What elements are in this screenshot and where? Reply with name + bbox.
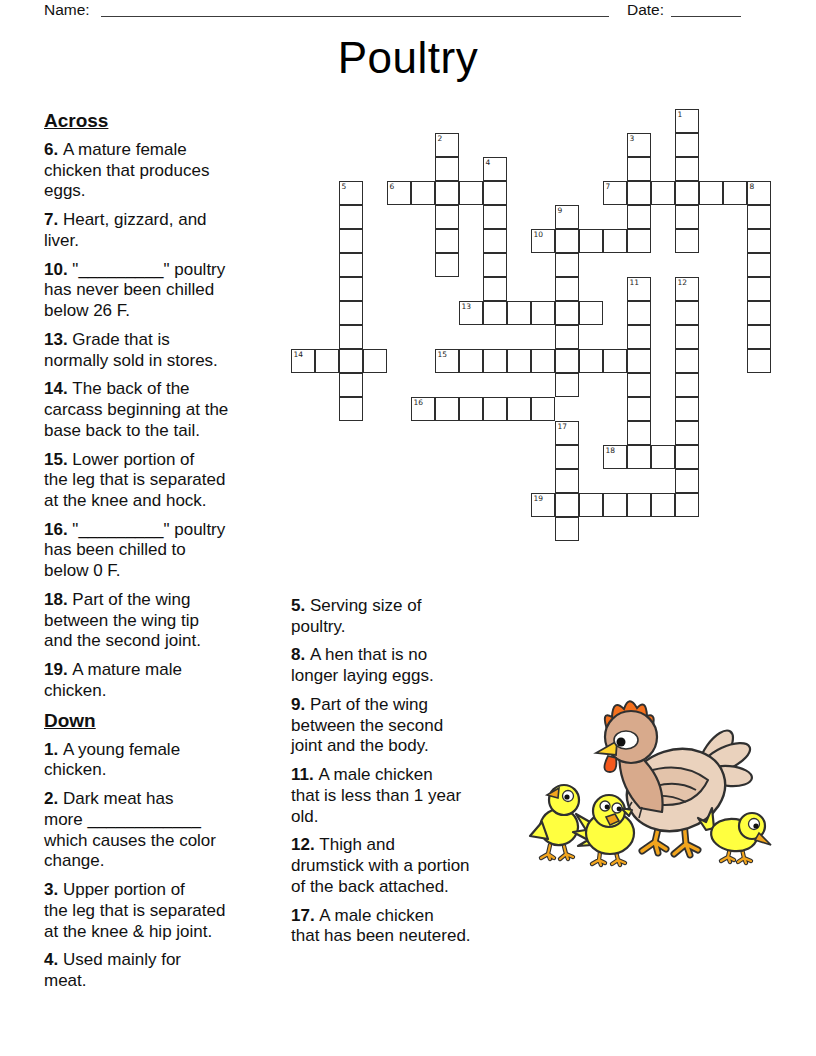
grid-cell[interactable]: 14	[291, 349, 315, 373]
grid-cell[interactable]: 17	[555, 421, 579, 445]
grid-cell[interactable]	[435, 397, 459, 421]
cell-number: 6	[390, 182, 395, 191]
across-clue-list: 6. A mature female chicken that produces…	[44, 140, 284, 702]
grid-cell[interactable]	[459, 397, 483, 421]
cell-number: 13	[462, 302, 472, 311]
down-heading: Down	[44, 710, 284, 732]
hen-with-chicks-illustration	[528, 690, 808, 880]
date-blank-line[interactable]	[671, 0, 741, 17]
grid-cell[interactable]	[675, 157, 699, 181]
grid-cell[interactable]	[675, 397, 699, 421]
grid-cell[interactable]	[483, 253, 507, 277]
clue: 10. "_________" poultry has never been c…	[44, 260, 284, 322]
grid-cell[interactable]	[483, 301, 507, 325]
grid-cell[interactable]: 18	[603, 445, 627, 469]
grid-cell[interactable]	[555, 253, 579, 277]
grid-cell[interactable]	[339, 229, 363, 253]
clue: 8. A hen that is no longer laying eggs.	[291, 645, 533, 686]
chick-illustration-right	[698, 808, 771, 863]
cell-number: 5	[342, 182, 347, 191]
grid-cell[interactable]	[651, 181, 675, 205]
grid-cell[interactable]	[651, 493, 675, 517]
grid-cell[interactable]	[363, 349, 387, 373]
grid-cell[interactable]	[675, 469, 699, 493]
grid-cell[interactable]	[555, 229, 579, 253]
grid-cell[interactable]: 19	[531, 493, 555, 517]
grid-cell[interactable]	[675, 205, 699, 229]
clue: 6. A mature female chicken that produces…	[44, 140, 284, 202]
grid-cell[interactable]	[603, 493, 627, 517]
grid-cell[interactable]	[531, 397, 555, 421]
middle-clue-column: 5. Serving size of poultry.8. A hen that…	[291, 596, 533, 955]
grid-cell[interactable]	[555, 445, 579, 469]
grid-cell[interactable]	[747, 229, 771, 253]
grid-cell[interactable]	[747, 301, 771, 325]
grid-cell[interactable]	[339, 205, 363, 229]
date-label: Date:	[627, 1, 664, 19]
grid-cell[interactable]	[579, 229, 603, 253]
down-clue-list-left: 1. A young female chicken.2. Dark meat h…	[44, 740, 284, 992]
grid-cell[interactable]	[627, 301, 651, 325]
grid-cell[interactable]: 13	[459, 301, 483, 325]
grid-cell[interactable]	[627, 397, 651, 421]
grid-cell[interactable]	[747, 253, 771, 277]
grid-cell[interactable]	[555, 517, 579, 541]
grid-cell[interactable]	[579, 301, 603, 325]
grid-cell[interactable]	[339, 373, 363, 397]
down-clue-list-middle: 5. Serving size of poultry.8. A hen that…	[291, 596, 533, 947]
grid-cell[interactable]: 8	[747, 181, 771, 205]
grid-cell[interactable]	[531, 301, 555, 325]
clue: 18. Part of the wing between the wing ti…	[44, 590, 284, 652]
grid-cell[interactable]: 7	[603, 181, 627, 205]
grid-cell[interactable]	[651, 445, 675, 469]
clue: 3. Upper portion of the leg that is sepa…	[44, 880, 284, 942]
chick-illustration-left	[530, 785, 581, 859]
clue: 9. Part of the wing between the second j…	[291, 695, 533, 757]
grid-cell[interactable]: 11	[627, 277, 651, 301]
grid-cell[interactable]	[627, 157, 651, 181]
cell-number: 4	[486, 158, 491, 167]
grid-cell[interactable]	[579, 349, 603, 373]
grid-cell[interactable]	[555, 277, 579, 301]
grid-cell[interactable]	[339, 301, 363, 325]
grid-cell[interactable]: 16	[411, 397, 435, 421]
clue: 7. Heart, gizzard, and liver.	[44, 210, 284, 251]
clue: 16. "_________" poultry has been chilled…	[44, 520, 284, 582]
clue: 1. A young female chicken.	[44, 740, 284, 781]
grid-cell[interactable]	[555, 469, 579, 493]
grid-cell[interactable]	[747, 349, 771, 373]
cell-number: 15	[438, 350, 448, 359]
grid-cell[interactable]	[555, 325, 579, 349]
grid-cell[interactable]	[627, 181, 651, 205]
crossword-grid: 12345678910111213141516171819	[291, 109, 773, 543]
cell-number: 2	[438, 134, 443, 143]
grid-cell[interactable]	[339, 349, 363, 373]
grid-cell[interactable]	[675, 445, 699, 469]
cell-number: 10	[534, 230, 544, 239]
chick-illustration-middle	[573, 795, 634, 865]
grid-cell[interactable]: 6	[387, 181, 411, 205]
grid-cell[interactable]	[555, 373, 579, 397]
grid-cell[interactable]	[675, 325, 699, 349]
grid-cell[interactable]	[603, 349, 627, 373]
grid-cell[interactable]	[723, 181, 747, 205]
grid-cell[interactable]	[483, 397, 507, 421]
cell-number: 16	[414, 398, 424, 407]
grid-cell[interactable]	[675, 493, 699, 517]
cell-number: 8	[750, 182, 755, 191]
grid-cell[interactable]	[675, 301, 699, 325]
grid-cell[interactable]	[339, 325, 363, 349]
clue: 14. The back of the carcass beginning at…	[44, 379, 284, 441]
grid-cell[interactable]	[627, 325, 651, 349]
clue: 15. Lower portion of the leg that is sep…	[44, 450, 284, 512]
name-blank-line[interactable]	[101, 0, 609, 17]
grid-cell[interactable]	[483, 229, 507, 253]
grid-cell[interactable]	[339, 277, 363, 301]
grid-cell[interactable]	[507, 301, 531, 325]
grid-cell[interactable]	[699, 181, 723, 205]
grid-cell[interactable]	[507, 397, 531, 421]
cell-number: 9	[558, 206, 563, 215]
across-heading: Across	[44, 110, 284, 132]
grid-cell[interactable]	[747, 277, 771, 301]
grid-cell[interactable]	[675, 229, 699, 253]
grid-cell[interactable]: 2	[435, 133, 459, 157]
page-title: Poultry	[0, 33, 816, 83]
grid-cell[interactable]	[555, 493, 579, 517]
grid-cell[interactable]	[435, 157, 459, 181]
grid-cell[interactable]	[339, 253, 363, 277]
grid-cell[interactable]	[675, 349, 699, 373]
grid-cell[interactable]: 3	[627, 133, 651, 157]
cell-number: 1	[678, 110, 683, 119]
clue: 12. Thigh and drumstick with a portion o…	[291, 835, 533, 897]
grid-cell[interactable]	[507, 349, 531, 373]
grid-cell[interactable]: 12	[675, 277, 699, 301]
grid-cell[interactable]	[675, 421, 699, 445]
grid-cell[interactable]	[579, 493, 603, 517]
grid-cell[interactable]	[627, 493, 651, 517]
grid-cell[interactable]	[603, 229, 627, 253]
grid-cell[interactable]: 5	[339, 181, 363, 205]
grid-cell[interactable]: 4	[483, 157, 507, 181]
grid-cell[interactable]	[483, 277, 507, 301]
grid-cell[interactable]	[483, 181, 507, 205]
cell-number: 12	[678, 278, 688, 287]
poultry-crossword-worksheet: { "worksheet": { "name_label": "Name:", …	[0, 0, 816, 1056]
grid-cell[interactable]	[435, 229, 459, 253]
grid-cell[interactable]	[627, 205, 651, 229]
grid-cell[interactable]	[459, 349, 483, 373]
grid-cell[interactable]	[339, 397, 363, 421]
grid-cell[interactable]	[675, 133, 699, 157]
clue: 13. Grade that is normally sold in store…	[44, 330, 284, 371]
cell-number: 3	[630, 134, 635, 143]
grid-cell[interactable]	[675, 373, 699, 397]
grid-cell[interactable]	[483, 205, 507, 229]
grid-cell[interactable]	[747, 205, 771, 229]
grid-cell[interactable]	[627, 373, 651, 397]
clue: 11. A male chicken that is less than 1 y…	[291, 765, 533, 827]
grid-cell[interactable]	[435, 205, 459, 229]
grid-cell[interactable]	[675, 181, 699, 205]
cell-number: 19	[534, 494, 544, 503]
grid-cell[interactable]: 9	[555, 205, 579, 229]
grid-cell[interactable]	[531, 349, 555, 373]
cell-number: 17	[558, 422, 568, 431]
grid-cell[interactable]	[411, 181, 435, 205]
hen-wattle	[604, 756, 616, 772]
cell-number: 7	[606, 182, 611, 191]
grid-cell[interactable]	[747, 325, 771, 349]
left-clue-column: Across 6. A mature female chicken that p…	[44, 110, 284, 1000]
clue: 2. Dark meat has more ____________ which…	[44, 789, 284, 872]
grid-cell[interactable]: 10	[531, 229, 555, 253]
grid-cell[interactable]	[627, 445, 651, 469]
cell-number: 18	[606, 446, 616, 455]
grid-cell[interactable]	[627, 421, 651, 445]
grid-cell[interactable]	[627, 349, 651, 373]
grid-cell[interactable]: 15	[435, 349, 459, 373]
grid-cell[interactable]	[555, 301, 579, 325]
clue: 4. Used mainly for meat.	[44, 950, 284, 991]
cell-number: 11	[630, 278, 640, 287]
name-label: Name:	[44, 1, 90, 19]
grid-cell[interactable]	[435, 181, 459, 205]
clue: 5. Serving size of poultry.	[291, 596, 533, 637]
grid-cell[interactable]: 1	[675, 109, 699, 133]
grid-cell[interactable]	[315, 349, 339, 373]
grid-cell[interactable]	[555, 349, 579, 373]
clue: 17. A male chicken that has been neutere…	[291, 906, 533, 947]
cell-number: 14	[294, 350, 304, 359]
clue: 19. A mature male chicken.	[44, 660, 284, 701]
grid-cell[interactable]	[435, 253, 459, 277]
grid-cell[interactable]	[459, 181, 483, 205]
grid-cell[interactable]	[627, 229, 651, 253]
grid-cell[interactable]	[483, 349, 507, 373]
